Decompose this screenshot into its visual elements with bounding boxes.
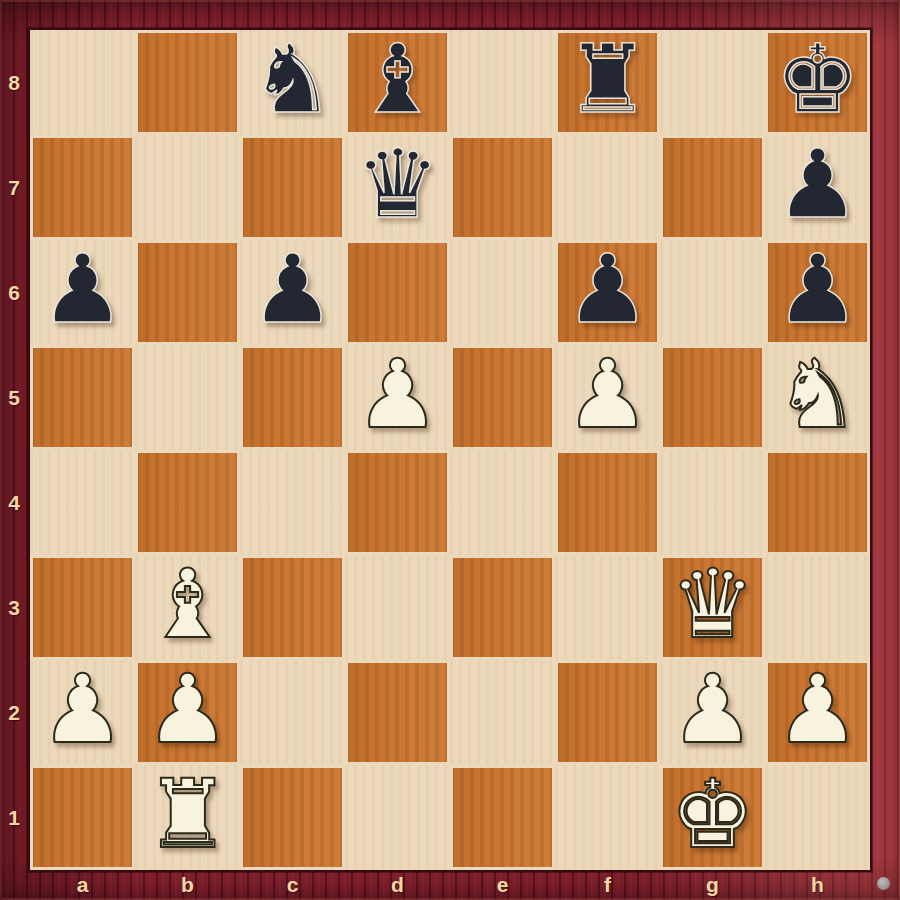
square-c1[interactable] <box>240 765 345 870</box>
piece-black-pawn-h6[interactable]: ♟ <box>775 242 860 337</box>
square-e5[interactable] <box>450 345 555 450</box>
square-c3[interactable] <box>240 555 345 660</box>
square-d6[interactable] <box>345 240 450 345</box>
piece-white-pawn-f5[interactable]: ♟ <box>565 347 650 442</box>
square-f5[interactable]: ♟ <box>555 345 660 450</box>
square-h7[interactable]: ♟ <box>765 135 870 240</box>
rank-labels: 8 7 6 5 4 3 2 1 <box>0 30 28 870</box>
file-label-g: g <box>660 870 765 900</box>
square-h6[interactable]: ♟ <box>765 240 870 345</box>
square-d1[interactable] <box>345 765 450 870</box>
piece-white-king-g1[interactable]: ♚ <box>670 767 755 862</box>
square-b3[interactable]: ♝ <box>135 555 240 660</box>
piece-black-pawn-f6[interactable]: ♟ <box>565 242 650 337</box>
square-g8[interactable] <box>660 30 765 135</box>
square-h5[interactable]: ♞ <box>765 345 870 450</box>
piece-white-pawn-g2[interactable]: ♟ <box>670 662 755 757</box>
file-label-d: d <box>345 870 450 900</box>
square-e7[interactable] <box>450 135 555 240</box>
rank-label-3: 3 <box>0 555 28 660</box>
chess-board: ♞♝♜♚♛♟♟♟♟♟♟♟♞♝♛♟♟♟♟♜♚ <box>28 28 872 872</box>
square-b1[interactable]: ♜ <box>135 765 240 870</box>
corner-dot <box>877 877 890 890</box>
square-d4[interactable] <box>345 450 450 555</box>
square-g5[interactable] <box>660 345 765 450</box>
square-b8[interactable] <box>135 30 240 135</box>
square-d7[interactable]: ♛ <box>345 135 450 240</box>
square-g7[interactable] <box>660 135 765 240</box>
piece-black-bishop-d8[interactable]: ♝ <box>355 32 440 127</box>
piece-white-pawn-h2[interactable]: ♟ <box>775 662 860 757</box>
piece-black-pawn-a6[interactable]: ♟ <box>40 242 125 337</box>
square-b6[interactable] <box>135 240 240 345</box>
rank-label-5: 5 <box>0 345 28 450</box>
piece-black-king-h8[interactable]: ♚ <box>775 32 860 127</box>
piece-white-bishop-b3[interactable]: ♝ <box>145 557 230 652</box>
square-b5[interactable] <box>135 345 240 450</box>
square-c7[interactable] <box>240 135 345 240</box>
file-label-f: f <box>555 870 660 900</box>
square-e4[interactable] <box>450 450 555 555</box>
square-f8[interactable]: ♜ <box>555 30 660 135</box>
square-d2[interactable] <box>345 660 450 765</box>
file-label-e: e <box>450 870 555 900</box>
square-g4[interactable] <box>660 450 765 555</box>
square-h1[interactable] <box>765 765 870 870</box>
file-label-h: h <box>765 870 870 900</box>
piece-black-queen-d7[interactable]: ♛ <box>355 137 440 232</box>
piece-white-pawn-d5[interactable]: ♟ <box>355 347 440 442</box>
square-a6[interactable]: ♟ <box>30 240 135 345</box>
square-f4[interactable] <box>555 450 660 555</box>
square-e6[interactable] <box>450 240 555 345</box>
file-label-a: a <box>30 870 135 900</box>
square-b2[interactable]: ♟ <box>135 660 240 765</box>
square-h4[interactable] <box>765 450 870 555</box>
square-a7[interactable] <box>30 135 135 240</box>
square-e2[interactable] <box>450 660 555 765</box>
rank-label-1: 1 <box>0 765 28 870</box>
square-g3[interactable]: ♛ <box>660 555 765 660</box>
rank-label-7: 7 <box>0 135 28 240</box>
file-label-b: b <box>135 870 240 900</box>
piece-white-queen-g3[interactable]: ♛ <box>670 557 755 652</box>
square-a1[interactable] <box>30 765 135 870</box>
rank-label-4: 4 <box>0 450 28 555</box>
square-f2[interactable] <box>555 660 660 765</box>
square-e3[interactable] <box>450 555 555 660</box>
piece-white-pawn-b2[interactable]: ♟ <box>145 662 230 757</box>
square-a3[interactable] <box>30 555 135 660</box>
square-d8[interactable]: ♝ <box>345 30 450 135</box>
square-a8[interactable] <box>30 30 135 135</box>
square-c6[interactable]: ♟ <box>240 240 345 345</box>
square-f6[interactable]: ♟ <box>555 240 660 345</box>
square-c4[interactable] <box>240 450 345 555</box>
square-h2[interactable]: ♟ <box>765 660 870 765</box>
square-c2[interactable] <box>240 660 345 765</box>
file-label-c: c <box>240 870 345 900</box>
square-d5[interactable]: ♟ <box>345 345 450 450</box>
piece-white-pawn-a2[interactable]: ♟ <box>40 662 125 757</box>
rank-label-8: 8 <box>0 30 28 135</box>
square-g2[interactable]: ♟ <box>660 660 765 765</box>
square-b7[interactable] <box>135 135 240 240</box>
piece-black-knight-c8[interactable]: ♞ <box>250 32 335 127</box>
square-c8[interactable]: ♞ <box>240 30 345 135</box>
square-d3[interactable] <box>345 555 450 660</box>
square-h8[interactable]: ♚ <box>765 30 870 135</box>
rank-label-6: 6 <box>0 240 28 345</box>
square-c5[interactable] <box>240 345 345 450</box>
square-e1[interactable] <box>450 765 555 870</box>
square-a2[interactable]: ♟ <box>30 660 135 765</box>
piece-white-knight-h5[interactable]: ♞ <box>775 347 860 442</box>
square-g6[interactable] <box>660 240 765 345</box>
chess-board-frame: ♞♝♜♚♛♟♟♟♟♟♟♟♞♝♛♟♟♟♟♜♚ 8 7 6 5 4 3 2 1 a … <box>0 0 900 900</box>
square-b4[interactable] <box>135 450 240 555</box>
square-a4[interactable] <box>30 450 135 555</box>
rank-label-2: 2 <box>0 660 28 765</box>
piece-black-rook-f8[interactable]: ♜ <box>565 32 650 127</box>
piece-black-pawn-h7[interactable]: ♟ <box>775 137 860 232</box>
piece-white-rook-b1[interactable]: ♜ <box>145 767 230 862</box>
square-f7[interactable] <box>555 135 660 240</box>
square-f3[interactable] <box>555 555 660 660</box>
square-f1[interactable] <box>555 765 660 870</box>
piece-black-pawn-c6[interactable]: ♟ <box>250 242 335 337</box>
square-e8[interactable] <box>450 30 555 135</box>
square-h3[interactable] <box>765 555 870 660</box>
file-labels: a b c d e f g h <box>30 870 870 900</box>
square-g1[interactable]: ♚ <box>660 765 765 870</box>
square-a5[interactable] <box>30 345 135 450</box>
